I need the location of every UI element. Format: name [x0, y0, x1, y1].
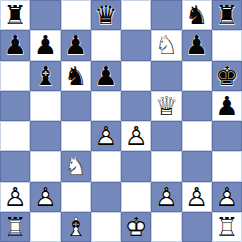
piece-outline-layer: ♙	[91, 121, 121, 151]
square-g7[interactable]: ♟	[182, 30, 212, 60]
piece-outline-layer: ♘	[61, 151, 91, 181]
piece-outline-layer: ♕	[151, 91, 181, 121]
square-e6[interactable]	[121, 61, 151, 91]
square-h6[interactable]: ♚	[212, 61, 242, 91]
square-h4[interactable]	[212, 121, 242, 151]
piece-black-pawn[interactable]: ♟	[61, 30, 91, 60]
square-d5[interactable]	[91, 91, 121, 121]
square-b2[interactable]: ♟♙	[30, 182, 60, 212]
square-h8[interactable]: ♜	[212, 0, 242, 30]
piece-black-pawn[interactable]: ♟	[91, 61, 121, 91]
square-d7[interactable]	[91, 30, 121, 60]
piece-white-rook[interactable]: ♜♖	[0, 212, 30, 242]
piece-black-pawn[interactable]: ♟	[182, 30, 212, 60]
piece-white-pawn[interactable]: ♟♙	[212, 182, 242, 212]
square-c2[interactable]	[61, 182, 91, 212]
square-a6[interactable]	[0, 61, 30, 91]
square-g1[interactable]	[182, 212, 212, 242]
piece-white-pawn[interactable]: ♟♙	[30, 182, 60, 212]
piece-white-rook[interactable]: ♜♖	[212, 212, 242, 242]
square-g4[interactable]	[182, 121, 212, 151]
square-g6[interactable]	[182, 61, 212, 91]
square-c7[interactable]: ♟	[61, 30, 91, 60]
piece-black-bishop[interactable]: ♝	[30, 61, 60, 91]
square-h1[interactable]: ♜♖	[212, 212, 242, 242]
square-f5[interactable]: ♛♕	[151, 91, 181, 121]
piece-white-knight[interactable]: ♞♘	[151, 30, 181, 60]
square-f7[interactable]: ♞♘	[151, 30, 181, 60]
piece-white-bishop[interactable]: ♝♗	[61, 212, 91, 242]
square-g8[interactable]: ♞	[182, 0, 212, 30]
piece-white-knight[interactable]: ♞♘	[61, 151, 91, 181]
square-b1[interactable]	[30, 212, 60, 242]
piece-white-queen[interactable]: ♛♕	[151, 91, 181, 121]
piece-black-rook[interactable]: ♜	[0, 0, 30, 30]
piece-outline-layer: ♖	[212, 212, 242, 242]
piece-outline-layer: ♙	[182, 182, 212, 212]
square-b7[interactable]: ♟	[30, 30, 60, 60]
square-b5[interactable]	[30, 91, 60, 121]
square-h2[interactable]: ♟♙	[212, 182, 242, 212]
square-d1[interactable]	[91, 212, 121, 242]
square-e4[interactable]: ♟♙	[121, 121, 151, 151]
piece-black-pawn[interactable]: ♟	[212, 91, 242, 121]
square-d8[interactable]: ♛	[91, 0, 121, 30]
square-e7[interactable]	[121, 30, 151, 60]
piece-outline-layer: ♙	[151, 182, 181, 212]
square-f4[interactable]	[151, 121, 181, 151]
piece-outline-layer: ♙	[121, 121, 151, 151]
square-a7[interactable]: ♟	[0, 30, 30, 60]
square-c4[interactable]	[61, 121, 91, 151]
square-b8[interactable]	[30, 0, 60, 30]
piece-white-pawn[interactable]: ♟♙	[121, 121, 151, 151]
square-a1[interactable]: ♜♖	[0, 212, 30, 242]
square-a2[interactable]: ♟♙	[0, 182, 30, 212]
square-e1[interactable]: ♚♔	[121, 212, 151, 242]
square-e3[interactable]	[121, 151, 151, 181]
square-h3[interactable]	[212, 151, 242, 181]
square-a4[interactable]	[0, 121, 30, 151]
piece-white-pawn[interactable]: ♟♙	[151, 182, 181, 212]
piece-black-knight[interactable]: ♞	[182, 0, 212, 30]
square-e8[interactable]	[121, 0, 151, 30]
square-d2[interactable]	[91, 182, 121, 212]
piece-outline-layer: ♖	[0, 212, 30, 242]
square-c8[interactable]	[61, 0, 91, 30]
square-g5[interactable]	[182, 91, 212, 121]
square-e5[interactable]	[121, 91, 151, 121]
square-c5[interactable]	[61, 91, 91, 121]
square-c3[interactable]: ♞♘	[61, 151, 91, 181]
piece-black-pawn[interactable]: ♟	[0, 30, 30, 60]
square-a5[interactable]	[0, 91, 30, 121]
piece-black-king[interactable]: ♚	[212, 61, 242, 91]
piece-outline-layer: ♙	[0, 182, 30, 212]
piece-black-knight[interactable]: ♞	[61, 61, 91, 91]
square-f2[interactable]: ♟♙	[151, 182, 181, 212]
square-g2[interactable]: ♟♙	[182, 182, 212, 212]
piece-outline-layer: ♙	[212, 182, 242, 212]
piece-white-pawn[interactable]: ♟♙	[91, 121, 121, 151]
piece-black-rook[interactable]: ♜	[212, 0, 242, 30]
square-f8[interactable]	[151, 0, 181, 30]
square-c6[interactable]: ♞	[61, 61, 91, 91]
square-a8[interactable]: ♜	[0, 0, 30, 30]
piece-white-pawn[interactable]: ♟♙	[182, 182, 212, 212]
square-e2[interactable]	[121, 182, 151, 212]
square-f1[interactable]	[151, 212, 181, 242]
square-f6[interactable]	[151, 61, 181, 91]
square-b6[interactable]: ♝	[30, 61, 60, 91]
square-a3[interactable]	[0, 151, 30, 181]
square-d6[interactable]: ♟	[91, 61, 121, 91]
piece-outline-layer: ♙	[30, 182, 60, 212]
piece-white-pawn[interactable]: ♟♙	[0, 182, 30, 212]
square-g3[interactable]	[182, 151, 212, 181]
piece-white-king[interactable]: ♚♔	[121, 212, 151, 242]
piece-black-queen[interactable]: ♛	[91, 0, 121, 30]
square-d3[interactable]	[91, 151, 121, 181]
square-h7[interactable]	[212, 30, 242, 60]
square-c1[interactable]: ♝♗	[61, 212, 91, 242]
chess-board: ♜♛♞♜♟♟♟♞♘♟♝♞♟♚♛♕♟♟♙♟♙♞♘♟♙♟♙♟♙♟♙♟♙♜♖♝♗♚♔♜…	[0, 0, 242, 242]
square-d4[interactable]: ♟♙	[91, 121, 121, 151]
piece-black-pawn[interactable]: ♟	[30, 30, 60, 60]
square-b4[interactable]	[30, 121, 60, 151]
piece-outline-layer: ♘	[151, 30, 181, 60]
square-b3[interactable]	[30, 151, 60, 181]
square-h5[interactable]: ♟	[212, 91, 242, 121]
square-f3[interactable]	[151, 151, 181, 181]
piece-outline-layer: ♗	[61, 212, 91, 242]
piece-outline-layer: ♔	[121, 212, 151, 242]
